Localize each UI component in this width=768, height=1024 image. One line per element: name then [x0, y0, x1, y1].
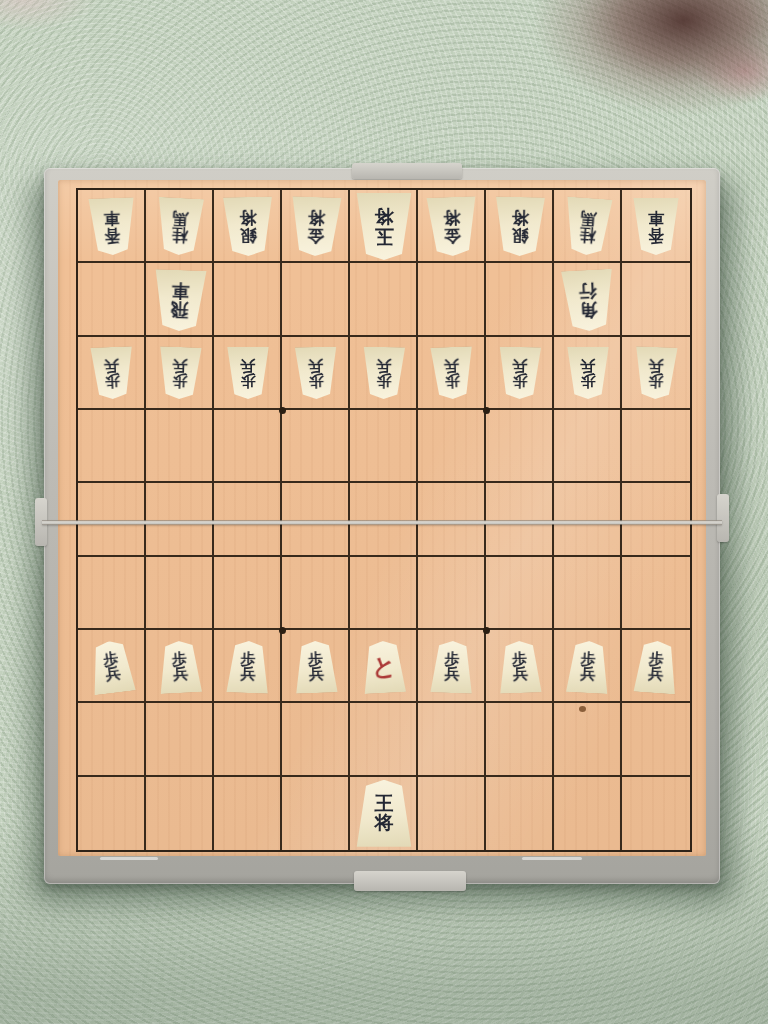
- piece-gold[interactable]: 金将: [425, 196, 479, 257]
- frame-notch: [522, 857, 582, 860]
- piece-pawn[interactable]: 歩兵: [225, 640, 271, 694]
- hinge-tab-top: [352, 163, 462, 179]
- shogi-board-frame: 香車桂馬銀将金将玉将金将銀将桂馬香車飛車角行歩兵歩兵歩兵歩兵歩兵歩兵歩兵歩兵歩兵…: [44, 168, 720, 884]
- piece-pawn[interactable]: 歩兵: [498, 347, 543, 400]
- piece-lance[interactable]: 香車: [87, 197, 137, 256]
- piece-pawn[interactable]: 歩兵: [633, 347, 679, 401]
- piece-pawn[interactable]: 歩兵: [497, 640, 543, 694]
- piece-pawn[interactable]: 歩兵: [226, 347, 270, 399]
- board-surface: 香車桂馬銀将金将玉将金将銀将桂馬香車飛車角行歩兵歩兵歩兵歩兵歩兵歩兵歩兵歩兵歩兵…: [58, 180, 706, 856]
- piece-pawn[interactable]: 歩兵: [157, 347, 203, 401]
- piece-layer: 香車桂馬銀将金将玉将金将銀将桂馬香車飛車角行歩兵歩兵歩兵歩兵歩兵歩兵歩兵歩兵歩兵…: [58, 180, 706, 856]
- fold-tab-right: [717, 494, 729, 542]
- piece-pawn[interactable]: 歩兵: [362, 347, 407, 400]
- piece-pawn[interactable]: 歩兵: [429, 640, 475, 694]
- piece-pawn[interactable]: 歩兵: [632, 639, 680, 694]
- piece-pawn[interactable]: 歩兵: [294, 347, 339, 400]
- piece-king[interactable]: 王将: [355, 780, 413, 847]
- star-point: [279, 407, 286, 414]
- piece-pawn[interactable]: 歩兵: [293, 640, 339, 694]
- piece-pawn[interactable]: 歩兵: [429, 347, 475, 401]
- piece-pawn[interactable]: 歩兵: [157, 640, 204, 694]
- piece-knight[interactable]: 桂馬: [562, 197, 614, 257]
- piece-king[interactable]: 玉将: [355, 193, 413, 260]
- star-point: [483, 627, 490, 634]
- piece-pawn[interactable]: 歩兵: [87, 638, 137, 695]
- star-point: [279, 627, 286, 634]
- piece-silver[interactable]: 銀将: [493, 197, 546, 257]
- piece-pawn[interactable]: 歩兵: [89, 347, 135, 401]
- fold-seam: [42, 520, 722, 525]
- piece-silver[interactable]: 銀将: [221, 197, 274, 257]
- piece-gold[interactable]: 金将: [289, 196, 343, 257]
- frame-notch: [100, 857, 158, 860]
- piece-pawn[interactable]: 歩兵: [565, 640, 612, 694]
- piece-pawn[interactable]: 歩兵: [566, 347, 610, 399]
- piece-tokin[interactable]: と: [361, 640, 408, 694]
- piece-rook[interactable]: 飛車: [152, 269, 208, 332]
- star-point: [483, 407, 490, 414]
- piece-knight[interactable]: 桂馬: [155, 197, 206, 256]
- piece-bishop[interactable]: 角行: [559, 268, 616, 332]
- hinge-tab-bottom: [354, 871, 466, 891]
- piece-lance[interactable]: 香車: [632, 198, 680, 255]
